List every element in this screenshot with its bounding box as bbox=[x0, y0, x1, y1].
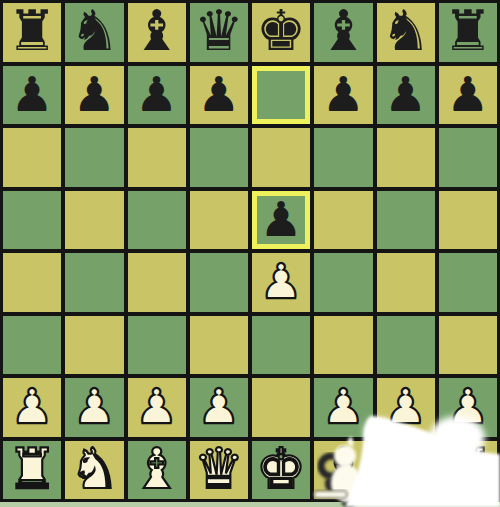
square-f7[interactable]: ♟ bbox=[314, 66, 372, 125]
white-king-e1: ♚ bbox=[256, 441, 306, 497]
square-e2[interactable] bbox=[252, 378, 310, 437]
square-a6[interactable] bbox=[3, 128, 61, 187]
square-f2[interactable]: ♟ bbox=[314, 378, 372, 437]
white-pawn-g2: ♟ bbox=[384, 382, 427, 430]
square-f5[interactable] bbox=[314, 191, 372, 250]
square-d3[interactable] bbox=[190, 316, 248, 375]
black-pawn-b7: ♟ bbox=[73, 70, 116, 118]
square-e3[interactable] bbox=[252, 316, 310, 375]
square-d5[interactable] bbox=[190, 191, 248, 250]
white-bishop-c1: ♝ bbox=[132, 441, 182, 497]
square-a2[interactable]: ♟ bbox=[3, 378, 61, 437]
square-h6[interactable] bbox=[439, 128, 497, 187]
black-rook-h8: ♜ bbox=[443, 3, 493, 59]
square-c4[interactable] bbox=[128, 253, 186, 312]
square-d2[interactable]: ♟ bbox=[190, 378, 248, 437]
white-rook-a1: ♜ bbox=[7, 441, 57, 497]
black-knight-g8: ♞ bbox=[381, 3, 431, 59]
square-b7[interactable]: ♟ bbox=[65, 66, 123, 125]
white-knight-b1: ♞ bbox=[69, 441, 119, 497]
square-c3[interactable] bbox=[128, 316, 186, 375]
square-g7[interactable]: ♟ bbox=[377, 66, 435, 125]
white-pawn-e4: ♟ bbox=[260, 257, 303, 305]
square-f4[interactable] bbox=[314, 253, 372, 312]
black-bishop-c8: ♝ bbox=[132, 3, 182, 59]
square-e1[interactable]: ♚ bbox=[252, 441, 310, 500]
square-b8[interactable]: ♞ bbox=[65, 3, 123, 62]
square-g8[interactable]: ♞ bbox=[377, 3, 435, 62]
black-pawn-d7: ♟ bbox=[197, 70, 240, 118]
square-h2[interactable]: ♟ bbox=[439, 378, 497, 437]
square-a3[interactable] bbox=[3, 316, 61, 375]
square-b6[interactable] bbox=[65, 128, 123, 187]
black-pawn-a7: ♟ bbox=[11, 70, 54, 118]
square-e4[interactable]: ♟ bbox=[252, 253, 310, 312]
white-pawn-b2: ♟ bbox=[73, 382, 116, 430]
square-h1[interactable]: ♜ bbox=[439, 441, 497, 500]
black-knight-b8: ♞ bbox=[69, 3, 119, 59]
square-f3[interactable] bbox=[314, 316, 372, 375]
square-b1[interactable]: ♞ bbox=[65, 441, 123, 500]
white-bishop-f1: ♝ bbox=[318, 441, 368, 497]
square-d7[interactable]: ♟ bbox=[190, 66, 248, 125]
black-rook-a8: ♜ bbox=[7, 3, 57, 59]
black-king-e8: ♚ bbox=[256, 3, 306, 59]
square-g5[interactable] bbox=[377, 191, 435, 250]
black-bishop-f8: ♝ bbox=[318, 3, 368, 59]
white-pawn-d2: ♟ bbox=[197, 382, 240, 430]
white-pawn-f2: ♟ bbox=[322, 382, 365, 430]
white-pawn-h2: ♟ bbox=[446, 382, 489, 430]
square-c1[interactable]: ♝ bbox=[128, 441, 186, 500]
square-d4[interactable] bbox=[190, 253, 248, 312]
square-c5[interactable] bbox=[128, 191, 186, 250]
square-g3[interactable] bbox=[377, 316, 435, 375]
square-e6[interactable] bbox=[252, 128, 310, 187]
square-c7[interactable]: ♟ bbox=[128, 66, 186, 125]
square-e8[interactable]: ♚ bbox=[252, 3, 310, 62]
square-h8[interactable]: ♜ bbox=[439, 3, 497, 62]
white-knight-g1: ♞ bbox=[381, 441, 431, 497]
square-h7[interactable]: ♟ bbox=[439, 66, 497, 125]
black-pawn-f7: ♟ bbox=[322, 70, 365, 118]
square-g4[interactable] bbox=[377, 253, 435, 312]
square-a5[interactable] bbox=[3, 191, 61, 250]
square-a7[interactable]: ♟ bbox=[3, 66, 61, 125]
square-h4[interactable] bbox=[439, 253, 497, 312]
square-b2[interactable]: ♟ bbox=[65, 378, 123, 437]
black-pawn-c7: ♟ bbox=[135, 70, 178, 118]
square-b3[interactable] bbox=[65, 316, 123, 375]
square-g6[interactable] bbox=[377, 128, 435, 187]
square-b4[interactable] bbox=[65, 253, 123, 312]
black-pawn-e5: ♟ bbox=[260, 195, 303, 243]
chess-board[interactable]: ♜♞♝♛♚♝♞♜♟♟♟♟♟♟♟♟♟♟♟♟♟♟♟♟♜♞♝♛♚♝♞♜ bbox=[0, 0, 500, 502]
square-d8[interactable]: ♛ bbox=[190, 3, 248, 62]
square-g1[interactable]: ♞ bbox=[377, 441, 435, 500]
square-a4[interactable] bbox=[3, 253, 61, 312]
square-d6[interactable] bbox=[190, 128, 248, 187]
square-c6[interactable] bbox=[128, 128, 186, 187]
square-h5[interactable] bbox=[439, 191, 497, 250]
white-rook-h1: ♜ bbox=[443, 441, 493, 497]
black-queen-d8: ♛ bbox=[194, 3, 244, 59]
square-c2[interactable]: ♟ bbox=[128, 378, 186, 437]
square-a1[interactable]: ♜ bbox=[3, 441, 61, 500]
square-b5[interactable] bbox=[65, 191, 123, 250]
window-background-strip bbox=[0, 502, 500, 507]
square-f1[interactable]: ♝ bbox=[314, 441, 372, 500]
square-a8[interactable]: ♜ bbox=[3, 3, 61, 62]
white-queen-d1: ♛ bbox=[194, 441, 244, 497]
chess-app-window: ♜♞♝♛♚♝♞♜♟♟♟♟♟♟♟♟♟♟♟♟♟♟♟♟♜♞♝♛♚♝♞♜ bbox=[0, 0, 500, 507]
black-pawn-g7: ♟ bbox=[384, 70, 427, 118]
square-e5[interactable]: ♟ bbox=[252, 191, 310, 250]
square-h3[interactable] bbox=[439, 316, 497, 375]
black-pawn-h7: ♟ bbox=[446, 70, 489, 118]
white-pawn-a2: ♟ bbox=[11, 382, 54, 430]
white-pawn-c2: ♟ bbox=[135, 382, 178, 430]
square-f6[interactable] bbox=[314, 128, 372, 187]
square-f8[interactable]: ♝ bbox=[314, 3, 372, 62]
square-e7[interactable] bbox=[252, 66, 310, 125]
square-g2[interactable]: ♟ bbox=[377, 378, 435, 437]
square-c8[interactable]: ♝ bbox=[128, 3, 186, 62]
square-d1[interactable]: ♛ bbox=[190, 441, 248, 500]
